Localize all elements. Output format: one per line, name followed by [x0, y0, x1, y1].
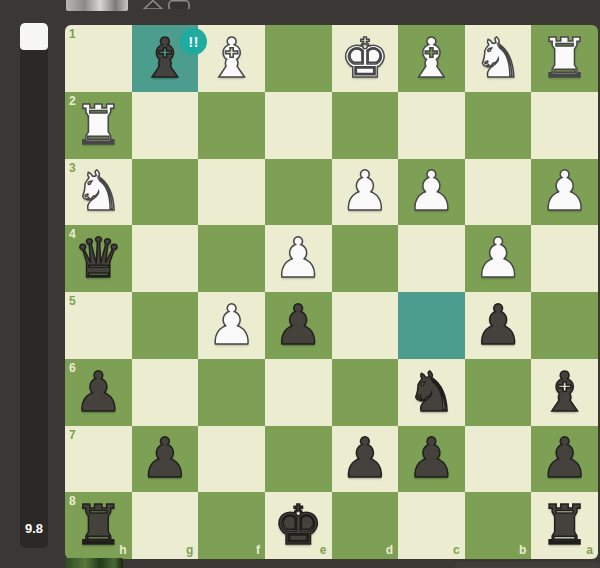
white-pawn[interactable]: ♟: [265, 225, 332, 292]
square-f2[interactable]: [198, 92, 265, 159]
square-a6[interactable]: ♝: [531, 359, 598, 426]
square-a8[interactable]: a♜: [531, 492, 598, 559]
square-b8[interactable]: b: [465, 492, 532, 559]
file-label: f: [256, 544, 260, 556]
square-h2[interactable]: 2♜: [65, 92, 132, 159]
white-pawn[interactable]: ♟: [332, 159, 399, 226]
square-f6[interactable]: [198, 359, 265, 426]
square-h7[interactable]: 7: [65, 426, 132, 493]
rank-label: 1: [69, 28, 76, 40]
white-pawn[interactable]: ♟: [398, 159, 465, 226]
square-f5[interactable]: ♟: [198, 292, 265, 359]
square-d3[interactable]: ♟: [332, 159, 399, 226]
black-queen[interactable]: ♛: [65, 225, 132, 292]
captured-piece-icon: [144, 1, 162, 10]
square-g3[interactable]: [132, 159, 199, 226]
white-bishop[interactable]: ♝: [398, 25, 465, 92]
square-d4[interactable]: [332, 225, 399, 292]
square-a1[interactable]: ♜: [531, 25, 598, 92]
rank-label: 7: [69, 429, 76, 441]
square-g2[interactable]: [132, 92, 199, 159]
evaluation-score: 9.8: [20, 521, 48, 536]
square-g5[interactable]: [132, 292, 199, 359]
square-a7[interactable]: ♟: [531, 426, 598, 493]
square-b6[interactable]: [465, 359, 532, 426]
square-g4[interactable]: [132, 225, 199, 292]
black-pawn[interactable]: ♟: [465, 292, 532, 359]
black-king[interactable]: ♚: [265, 492, 332, 559]
evaluation-bar: 9.8: [20, 23, 48, 548]
square-f1[interactable]: ♝: [198, 25, 265, 92]
square-c6[interactable]: ♞: [398, 359, 465, 426]
square-a3[interactable]: ♟: [531, 159, 598, 226]
square-h8[interactable]: 8h♜: [65, 492, 132, 559]
white-rook[interactable]: ♜: [65, 92, 132, 159]
square-g1[interactable]: ♝!!: [132, 25, 199, 92]
square-c4[interactable]: [398, 225, 465, 292]
square-c5[interactable]: [398, 292, 465, 359]
square-b1[interactable]: ♞: [465, 25, 532, 92]
white-king[interactable]: ♚: [332, 25, 399, 92]
black-pawn[interactable]: ♟: [265, 292, 332, 359]
square-f3[interactable]: [198, 159, 265, 226]
square-c3[interactable]: ♟: [398, 159, 465, 226]
square-h4[interactable]: 4♛: [65, 225, 132, 292]
square-c2[interactable]: [398, 92, 465, 159]
black-bishop[interactable]: ♝: [531, 359, 598, 426]
square-d7[interactable]: ♟: [332, 426, 399, 493]
square-e3[interactable]: [265, 159, 332, 226]
square-b2[interactable]: [465, 92, 532, 159]
square-c7[interactable]: ♟: [398, 426, 465, 493]
white-knight[interactable]: ♞: [465, 25, 532, 92]
square-g6[interactable]: [132, 359, 199, 426]
square-e6[interactable]: [265, 359, 332, 426]
captured-pieces-icons: [142, 0, 194, 9]
black-pawn[interactable]: ♟: [531, 426, 598, 493]
square-d8[interactable]: d: [332, 492, 399, 559]
black-pawn[interactable]: ♟: [398, 426, 465, 493]
page: 9.8 1♝!!♝♚♝♞♜2♜3♞♟♟♟4♛♟♟5♟♟♟6♟♞♝7♟♟♟♟8h♜…: [0, 0, 600, 568]
black-pawn[interactable]: ♟: [132, 426, 199, 493]
square-g7[interactable]: ♟: [132, 426, 199, 493]
black-knight[interactable]: ♞: [398, 359, 465, 426]
square-d1[interactable]: ♚: [332, 25, 399, 92]
black-pawn[interactable]: ♟: [332, 426, 399, 493]
square-b5[interactable]: ♟: [465, 292, 532, 359]
white-rook[interactable]: ♜: [531, 25, 598, 92]
square-h6[interactable]: 6♟: [65, 359, 132, 426]
square-e4[interactable]: ♟: [265, 225, 332, 292]
white-player-avatar[interactable]: [66, 0, 128, 11]
black-pawn[interactable]: ♟: [65, 359, 132, 426]
square-c8[interactable]: c: [398, 492, 465, 559]
square-e7[interactable]: [265, 426, 332, 493]
square-c1[interactable]: ♝: [398, 25, 465, 92]
white-pawn[interactable]: ♟: [198, 292, 265, 359]
square-e5[interactable]: ♟: [265, 292, 332, 359]
square-h5[interactable]: 5: [65, 292, 132, 359]
file-label: b: [519, 544, 526, 556]
white-bishop[interactable]: ♝: [198, 25, 265, 92]
rank-label: 5: [69, 295, 76, 307]
chess-board: 1♝!!♝♚♝♞♜2♜3♞♟♟♟4♛♟♟5♟♟♟6♟♞♝7♟♟♟♟8h♜gfe♚…: [65, 25, 598, 559]
black-rook[interactable]: ♜: [531, 492, 598, 559]
white-pawn[interactable]: ♟: [531, 159, 598, 226]
white-pawn[interactable]: ♟: [465, 225, 532, 292]
evaluation-bar-white-section: [20, 23, 48, 50]
square-f4[interactable]: [198, 225, 265, 292]
square-f7[interactable]: [198, 426, 265, 493]
square-d6[interactable]: [332, 359, 399, 426]
square-a5[interactable]: [531, 292, 598, 359]
file-label: c: [453, 544, 460, 556]
bottom-panel-edge: [455, 562, 600, 568]
square-d5[interactable]: [332, 292, 399, 359]
square-d2[interactable]: [332, 92, 399, 159]
square-a2[interactable]: [531, 92, 598, 159]
square-b4[interactable]: ♟: [465, 225, 532, 292]
file-label: d: [386, 544, 393, 556]
white-knight[interactable]: ♞: [65, 159, 132, 226]
square-e2[interactable]: [265, 92, 332, 159]
square-b3[interactable]: [465, 159, 532, 226]
square-e8[interactable]: e♚: [265, 492, 332, 559]
black-rook[interactable]: ♜: [65, 492, 132, 559]
square-h3[interactable]: 3♞: [65, 159, 132, 226]
square-f8[interactable]: f: [198, 492, 265, 559]
black-player-avatar[interactable]: [65, 558, 123, 568]
captured-piece-icon: [169, 1, 189, 9]
square-b7[interactable]: [465, 426, 532, 493]
square-a4[interactable]: [531, 225, 598, 292]
square-g8[interactable]: g: [132, 492, 199, 559]
square-h1[interactable]: 1: [65, 25, 132, 92]
file-label: g: [186, 544, 193, 556]
square-e1[interactable]: [265, 25, 332, 92]
